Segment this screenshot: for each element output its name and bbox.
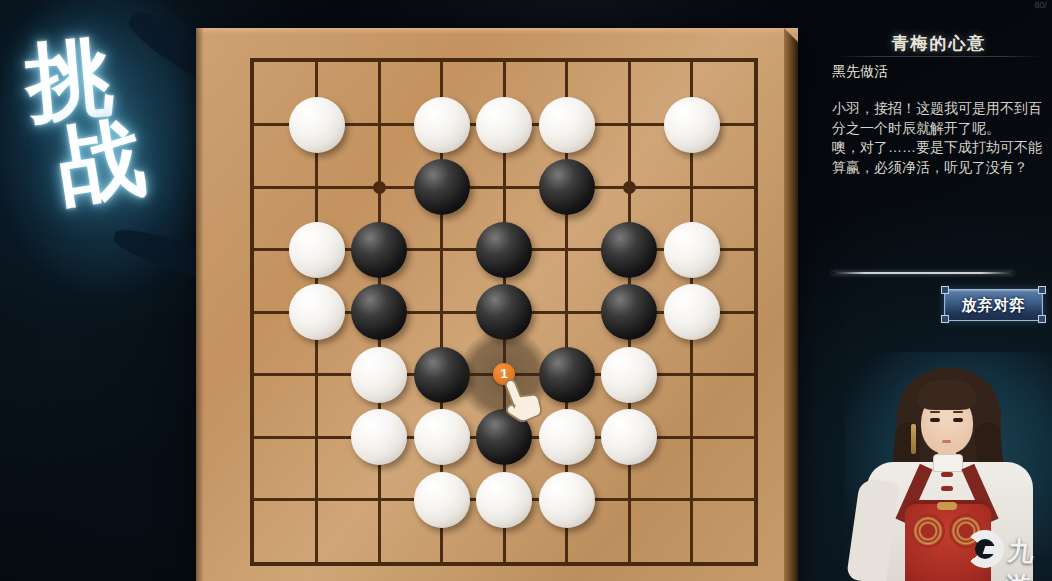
hair-bangs <box>917 380 977 410</box>
puzzle-title: 青梅的心意 <box>832 32 1046 55</box>
brow-left <box>930 411 940 413</box>
dialogue-line-1: 小羽，接招！这题我可是用不到百分之一个时辰就解开了呢。 <box>832 99 1045 138</box>
brow-right <box>953 411 963 413</box>
hair-ornament <box>911 424 916 454</box>
white-stone <box>289 97 345 153</box>
black-stone <box>351 222 407 278</box>
give-up-button[interactable]: 放弃对弈 <box>944 289 1043 321</box>
black-stone <box>601 222 657 278</box>
white-stone <box>476 472 532 528</box>
white-stone <box>539 472 595 528</box>
collar <box>933 454 963 472</box>
white-stone <box>476 97 532 153</box>
button-corner <box>1038 286 1046 294</box>
title-underline <box>836 56 1041 57</box>
black-stone <box>601 284 657 340</box>
white-stone <box>351 347 407 403</box>
game-screen: 挑 战 1 青梅的心意 黑先做活 小羽，接招！这题我可是用不到百分之一个时辰就解… <box>0 0 1052 581</box>
jiuyou-logo: 九游 <box>962 526 1052 574</box>
white-stone <box>601 347 657 403</box>
grid-hline <box>254 186 754 189</box>
go-board[interactable]: 1 <box>196 28 798 581</box>
white-stone <box>414 472 470 528</box>
white-stone <box>664 222 720 278</box>
white-stone <box>414 97 470 153</box>
white-stone <box>414 409 470 465</box>
corner-debug-text: 80/ <box>1034 0 1047 10</box>
puzzle-task: 黑先做活 <box>832 63 888 81</box>
black-stone <box>351 284 407 340</box>
logo-text: 九游 <box>1002 534 1052 581</box>
divider-line <box>832 272 1014 274</box>
white-stone <box>351 409 407 465</box>
white-stone <box>601 409 657 465</box>
white-stone <box>539 409 595 465</box>
black-stone <box>476 222 532 278</box>
dialogue-text: 小羽，接招！这题我可是用不到百分之一个时辰就解开了呢。 噢，对了……要是下成打劫… <box>832 99 1045 177</box>
board-side-edge <box>784 28 798 581</box>
white-stone <box>664 97 720 153</box>
eye-right <box>953 418 963 422</box>
gold-trim <box>937 502 957 510</box>
mouth <box>942 440 951 443</box>
button-corner <box>941 286 949 294</box>
button-corner <box>1038 315 1046 323</box>
challenge-char-2: 战 <box>49 98 152 227</box>
black-stone <box>414 159 470 215</box>
white-stone <box>289 284 345 340</box>
frog-button <box>941 472 953 477</box>
frog-button <box>941 486 953 491</box>
white-stone <box>539 97 595 153</box>
go-board-grid[interactable]: 1 <box>250 58 758 566</box>
button-corner <box>941 315 949 323</box>
black-stone <box>539 159 595 215</box>
eye-left <box>930 418 940 422</box>
gold-swirl <box>911 514 945 548</box>
logo-g-bar <box>983 546 1004 554</box>
white-stone <box>289 222 345 278</box>
white-stone <box>664 284 720 340</box>
dialogue-line-2: 噢，对了……要是下成打劫可不能算赢，必须净活，听见了没有？ <box>832 138 1045 177</box>
